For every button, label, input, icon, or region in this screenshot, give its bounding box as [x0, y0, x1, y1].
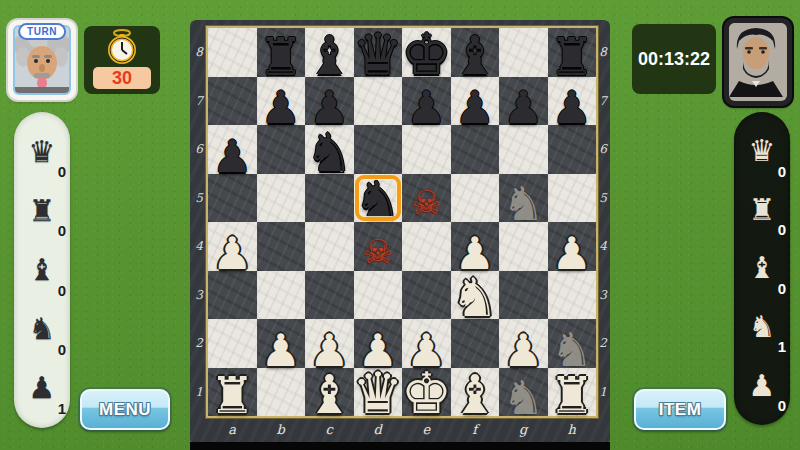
rank-label-5: 5 [596, 174, 610, 223]
black-rook-icon: ♜ [29, 196, 56, 226]
square-e3[interactable] [402, 271, 451, 320]
piece-white-king[interactable]: ♚ [401, 365, 452, 422]
square-d5[interactable]: ♞ [354, 174, 403, 223]
square-d3[interactable] [354, 271, 403, 320]
square-f8[interactable]: ♝ [451, 28, 500, 77]
square-b4[interactable] [257, 222, 306, 271]
square-a8[interactable] [208, 28, 257, 77]
chess-board-frame: 87654321 87654321 abcdefgh ♜♝♛♚♝♜♟♟♟♟♟♟♟… [190, 20, 610, 442]
square-d6[interactable] [354, 125, 403, 174]
piece-black-pawn[interactable]: ♟ [261, 85, 301, 130]
chess-board[interactable]: ♜♝♛♚♝♜♟♟♟♟♟♟♟♞♞☠♞♟☠♟♟♞♟♟♟♟♟♞♜♝♛♚♝♞♜ [208, 28, 596, 416]
ghost-hint-white-knight: ♞ [502, 180, 544, 227]
menu-button[interactable]: MENU [80, 389, 170, 430]
item-button[interactable]: ITEM [634, 389, 726, 430]
rank-labels-left: 87654321 [190, 28, 208, 416]
square-c4[interactable] [305, 222, 354, 271]
turn-badge: TURN [18, 23, 66, 40]
square-b8[interactable]: ♜ [257, 28, 306, 77]
ghost-hint-white-knight: ♞ [502, 374, 544, 421]
rank-label-8: 8 [190, 28, 208, 77]
square-a2[interactable] [208, 319, 257, 368]
piece-white-rook[interactable]: ♜ [549, 370, 595, 421]
piece-black-bishop[interactable]: ♝ [451, 29, 499, 82]
captured-tray-black-pieces: ♛ 0 ♜ 0 ♝ 0 ♞ 0 ♟ 1 [14, 112, 70, 428]
stopwatch-icon [105, 29, 139, 69]
square-f5[interactable] [451, 174, 500, 223]
square-h4[interactable]: ♟ [548, 222, 597, 271]
square-c3[interactable] [305, 271, 354, 320]
square-b2[interactable]: ♟ [257, 319, 306, 368]
captured-count: 0 [778, 221, 786, 238]
piece-white-bishop[interactable]: ♝ [305, 368, 353, 421]
rank-label-4: 4 [190, 222, 208, 271]
board-shadow-strip [190, 442, 610, 450]
piece-black-rook[interactable]: ♜ [549, 31, 595, 82]
rank-labels-right: 87654321 [596, 28, 610, 416]
lincoln-avatar [729, 23, 787, 101]
captured-count: 0 [58, 341, 66, 358]
captured-white-pawn: ♟ 0 [734, 356, 790, 415]
rank-label-2: 2 [190, 319, 208, 368]
skull-danger-marker: ☠ [363, 235, 393, 268]
captured-count: 0 [58, 282, 66, 299]
left-player-avatar-card[interactable]: TURN [8, 20, 76, 100]
captured-white-queen: ♛ 0 [734, 122, 790, 181]
captured-count: 0 [58, 163, 66, 180]
square-h2[interactable]: ♞ [548, 319, 597, 368]
rank-label-1: 1 [596, 368, 610, 417]
square-g8[interactable] [499, 28, 548, 77]
captured-count: 0 [778, 397, 786, 414]
rank-label-3: 3 [190, 271, 208, 320]
square-c2[interactable]: ♟ [305, 319, 354, 368]
captured-black-rook: ♜ 0 [14, 181, 70, 240]
piece-black-pawn[interactable]: ♟ [503, 85, 543, 130]
square-e8[interactable]: ♚ [402, 28, 451, 77]
rank-label-6: 6 [596, 125, 610, 174]
square-c8[interactable]: ♝ [305, 28, 354, 77]
rank-label-2: 2 [596, 319, 610, 368]
black-queen-icon: ♛ [29, 137, 56, 167]
square-a1[interactable]: ♜ [208, 368, 257, 417]
black-knight-icon: ♞ [29, 314, 56, 344]
square-e7[interactable]: ♟ [402, 77, 451, 126]
piece-black-pawn[interactable]: ♟ [406, 85, 446, 130]
captured-black-pawn: ♟ 1 [14, 359, 70, 418]
square-h7[interactable]: ♟ [548, 77, 597, 126]
piece-white-pawn[interactable]: ♟ [261, 327, 301, 372]
rank-label-4: 4 [596, 222, 610, 271]
square-g7[interactable]: ♟ [499, 77, 548, 126]
piece-black-rook[interactable]: ♜ [258, 31, 304, 82]
piece-black-bishop[interactable]: ♝ [305, 29, 353, 82]
game-clock: 00:13:22 [632, 24, 716, 94]
white-pawn-icon: ♟ [749, 371, 776, 401]
square-d1[interactable]: ♛ [354, 368, 403, 417]
skull-danger-marker: ☠ [411, 186, 441, 219]
captured-tray-white-pieces: ♛ 0 ♜ 0 ♝ 0 ♞ 1 ♟ 0 [734, 112, 790, 425]
square-e1[interactable]: ♚ [402, 368, 451, 417]
rank-label-7: 7 [190, 77, 208, 126]
white-bishop-icon: ♝ [749, 253, 776, 283]
captured-white-knight: ♞ 1 [734, 298, 790, 357]
white-knight-icon: ♞ [749, 312, 776, 342]
captured-white-rook: ♜ 0 [734, 181, 790, 240]
square-g3[interactable] [499, 271, 548, 320]
piece-black-pawn[interactable]: ♟ [212, 133, 252, 178]
captured-count: 1 [58, 400, 66, 417]
piece-black-knight[interactable]: ♞ [305, 126, 353, 179]
captured-count: 0 [778, 280, 786, 297]
square-f3[interactable]: ♞ [451, 271, 500, 320]
captured-count: 0 [778, 163, 786, 180]
rank-label-6: 6 [190, 125, 208, 174]
rank-label-3: 3 [596, 271, 610, 320]
square-f7[interactable]: ♟ [451, 77, 500, 126]
rank-label-8: 8 [596, 28, 610, 77]
captured-black-queen: ♛ 0 [14, 122, 70, 181]
piece-white-pawn[interactable]: ♟ [552, 230, 592, 275]
piece-black-knight[interactable]: ♞ [354, 174, 402, 227]
move-timer-panel: 30 [84, 26, 160, 94]
rank-label-1: 1 [190, 368, 208, 417]
square-b7[interactable]: ♟ [257, 77, 306, 126]
square-h8[interactable]: ♜ [548, 28, 597, 77]
file-label-b: b [257, 416, 306, 442]
square-f4[interactable]: ♟ [451, 222, 500, 271]
square-d8[interactable]: ♛ [354, 28, 403, 77]
piece-white-knight[interactable]: ♞ [451, 271, 499, 324]
square-c6[interactable]: ♞ [305, 125, 354, 174]
square-b5[interactable] [257, 174, 306, 223]
captured-white-bishop: ♝ 0 [734, 239, 790, 298]
piece-black-queen[interactable]: ♛ [352, 25, 403, 82]
piece-black-king[interactable]: ♚ [401, 25, 452, 82]
white-rook-icon: ♜ [749, 195, 776, 225]
piece-white-rook[interactable]: ♜ [209, 370, 255, 421]
piece-white-pawn[interactable]: ♟ [503, 327, 543, 372]
square-a4[interactable]: ♟ [208, 222, 257, 271]
game-screen: 87654321 87654321 abcdefgh ♜♝♛♚♝♜♟♟♟♟♟♟♟… [0, 0, 800, 450]
right-player-avatar-card[interactable] [724, 18, 792, 106]
captured-count: 1 [778, 338, 786, 355]
captured-count: 0 [58, 222, 66, 239]
rank-label-7: 7 [596, 77, 610, 126]
square-a6[interactable]: ♟ [208, 125, 257, 174]
move-timer-value: 30 [93, 67, 151, 89]
square-g2[interactable]: ♟ [499, 319, 548, 368]
square-e4[interactable] [402, 222, 451, 271]
square-e5[interactable]: ☠ [402, 174, 451, 223]
square-c1[interactable]: ♝ [305, 368, 354, 417]
black-pawn-icon: ♟ [29, 373, 56, 403]
piece-black-pawn[interactable]: ♟ [552, 85, 592, 130]
square-f1[interactable]: ♝ [451, 368, 500, 417]
square-h5[interactable] [548, 174, 597, 223]
piece-white-bishop[interactable]: ♝ [451, 368, 499, 421]
rank-label-5: 5 [190, 174, 208, 223]
captured-black-bishop: ♝ 0 [14, 240, 70, 299]
square-a7[interactable] [208, 77, 257, 126]
square-h1[interactable]: ♜ [548, 368, 597, 417]
captured-black-knight: ♞ 0 [14, 300, 70, 359]
square-b3[interactable] [257, 271, 306, 320]
piece-black-pawn[interactable]: ♟ [455, 85, 495, 130]
square-c7[interactable]: ♟ [305, 77, 354, 126]
square-g5[interactable]: ♞ [499, 174, 548, 223]
white-queen-icon: ♛ [749, 136, 776, 166]
piece-white-queen[interactable]: ♛ [352, 365, 403, 422]
black-bishop-icon: ♝ [29, 255, 56, 285]
piece-white-pawn[interactable]: ♟ [212, 230, 252, 275]
